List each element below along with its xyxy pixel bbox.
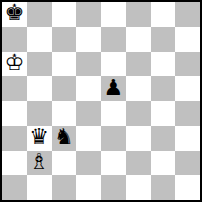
square-f1[interactable]: [126, 175, 151, 200]
square-b2[interactable]: ♗: [27, 151, 52, 176]
square-b4[interactable]: [27, 101, 52, 126]
square-f6[interactable]: [126, 52, 151, 77]
square-h2[interactable]: [175, 151, 200, 176]
square-e8[interactable]: [101, 2, 126, 27]
square-b3[interactable]: ♛: [27, 126, 52, 151]
square-c6[interactable]: [52, 52, 77, 77]
square-a6[interactable]: ♔: [2, 52, 27, 77]
square-g4[interactable]: [151, 101, 176, 126]
square-g7[interactable]: [151, 27, 176, 52]
square-d7[interactable]: [76, 27, 101, 52]
square-e4[interactable]: [101, 101, 126, 126]
square-f3[interactable]: [126, 126, 151, 151]
square-g8[interactable]: [151, 2, 176, 27]
black-queen[interactable]: ♛: [29, 126, 49, 148]
square-b8[interactable]: [27, 2, 52, 27]
square-e3[interactable]: [101, 126, 126, 151]
black-knight[interactable]: ♞: [54, 126, 74, 148]
square-e2[interactable]: [101, 151, 126, 176]
square-g6[interactable]: [151, 52, 176, 77]
square-f5[interactable]: [126, 76, 151, 101]
square-e1[interactable]: [101, 175, 126, 200]
square-g1[interactable]: [151, 175, 176, 200]
square-f4[interactable]: [126, 101, 151, 126]
square-b1[interactable]: [27, 175, 52, 200]
square-a4[interactable]: [2, 101, 27, 126]
square-a8[interactable]: ♚: [2, 2, 27, 27]
square-c7[interactable]: [52, 27, 77, 52]
square-b7[interactable]: [27, 27, 52, 52]
square-h4[interactable]: [175, 101, 200, 126]
square-e7[interactable]: [101, 27, 126, 52]
square-e5[interactable]: ♟: [101, 76, 126, 101]
square-h1[interactable]: [175, 175, 200, 200]
chess-diagram: ♚♔♟♛♞♗: [0, 0, 202, 202]
square-d4[interactable]: [76, 101, 101, 126]
square-f8[interactable]: [126, 2, 151, 27]
square-c4[interactable]: [52, 101, 77, 126]
square-a5[interactable]: [2, 76, 27, 101]
square-e6[interactable]: [101, 52, 126, 77]
square-h3[interactable]: [175, 126, 200, 151]
chess-board: ♚♔♟♛♞♗: [0, 0, 202, 202]
square-b6[interactable]: [27, 52, 52, 77]
square-a7[interactable]: [2, 27, 27, 52]
square-g5[interactable]: [151, 76, 176, 101]
white-king[interactable]: ♔: [5, 52, 25, 74]
square-a1[interactable]: [2, 175, 27, 200]
square-g2[interactable]: [151, 151, 176, 176]
square-c8[interactable]: [52, 2, 77, 27]
square-c1[interactable]: [52, 175, 77, 200]
square-d2[interactable]: [76, 151, 101, 176]
square-h7[interactable]: [175, 27, 200, 52]
square-c5[interactable]: [52, 76, 77, 101]
white-bishop[interactable]: ♗: [29, 151, 49, 173]
square-d8[interactable]: [76, 2, 101, 27]
square-d3[interactable]: [76, 126, 101, 151]
square-b5[interactable]: [27, 76, 52, 101]
square-h5[interactable]: [175, 76, 200, 101]
square-c2[interactable]: [52, 151, 77, 176]
square-a2[interactable]: [2, 151, 27, 176]
black-king[interactable]: ♚: [5, 2, 25, 24]
square-d6[interactable]: [76, 52, 101, 77]
black-pawn[interactable]: ♟: [104, 77, 124, 99]
square-c3[interactable]: ♞: [52, 126, 77, 151]
square-a3[interactable]: [2, 126, 27, 151]
square-d1[interactable]: [76, 175, 101, 200]
square-f2[interactable]: [126, 151, 151, 176]
square-d5[interactable]: [76, 76, 101, 101]
square-h8[interactable]: [175, 2, 200, 27]
square-h6[interactable]: [175, 52, 200, 77]
square-g3[interactable]: [151, 126, 176, 151]
square-f7[interactable]: [126, 27, 151, 52]
